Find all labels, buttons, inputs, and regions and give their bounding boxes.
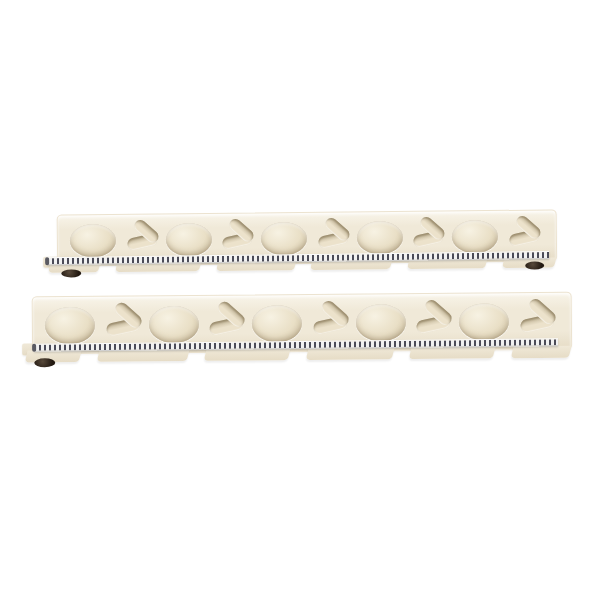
product-photo — [0, 0, 600, 600]
circle-recess — [70, 224, 116, 257]
circle-recess — [356, 221, 402, 254]
bottom-tab — [306, 347, 395, 360]
chevron-notch — [513, 301, 559, 341]
rack-bar-top — [57, 209, 558, 284]
circle-recess — [459, 303, 509, 340]
chevron-notch — [406, 219, 448, 255]
circle-recess — [165, 223, 211, 256]
chevron-notch — [202, 303, 248, 343]
rubber-foot-left — [34, 358, 55, 367]
chevron-notch — [311, 220, 353, 256]
chevron-notch — [502, 218, 544, 254]
bottom-tab — [511, 346, 572, 359]
bottom-tab — [204, 348, 291, 361]
rubber-foot-left — [61, 269, 81, 277]
circle-recess — [452, 219, 498, 252]
rubber-foot-right — [525, 262, 544, 270]
chevron-notch — [99, 304, 145, 344]
bottom-tab — [409, 346, 496, 359]
rack-bar-bottom — [32, 292, 573, 375]
chevron-notch — [409, 302, 455, 342]
circle-recess — [261, 222, 307, 255]
circle-recess — [148, 305, 198, 342]
circle-recess — [252, 305, 302, 342]
chevron-notch — [215, 221, 257, 257]
chevron-notch — [119, 222, 161, 258]
chevron-notch — [306, 303, 352, 343]
circle-recess — [355, 304, 405, 341]
circle-recess — [45, 306, 95, 343]
